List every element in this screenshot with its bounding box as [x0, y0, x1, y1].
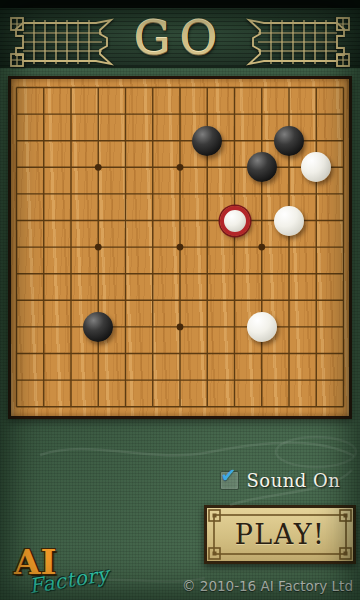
white-stone-L8 — [274, 206, 304, 236]
top-black-strip — [0, 0, 360, 8]
ai-factory-logo: AI Factory — [12, 542, 102, 594]
play-button[interactable]: PLAY! — [204, 505, 356, 564]
sound-label: Sound On — [247, 470, 341, 491]
copyright-text: © 2010-16 AI Factory Ltd — [182, 578, 353, 594]
title-bar: GO — [0, 8, 360, 68]
go-board-grid[interactable] — [11, 79, 349, 416]
black-stone-D4 — [83, 312, 113, 342]
play-button-label: PLAY! — [204, 505, 356, 564]
checkmark-icon: ✔ — [221, 466, 237, 485]
sound-toggle[interactable]: ✔ Sound On — [204, 468, 356, 492]
lattice-ornament-right-icon — [246, 17, 350, 67]
go-board[interactable] — [8, 76, 352, 419]
sound-checkbox[interactable]: ✔ — [220, 471, 239, 490]
black-stone-L11 — [274, 126, 304, 156]
white-stone-K4 — [247, 312, 277, 342]
black-stone-K10 — [247, 152, 277, 182]
last-move-white-stone-J8 — [220, 206, 250, 236]
black-stone-H11 — [192, 126, 222, 156]
app-screen: GO ✔ Sound On — [0, 0, 360, 600]
